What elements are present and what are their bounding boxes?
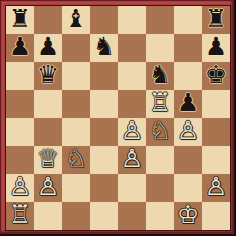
square-d5[interactable] [90, 90, 118, 118]
square-e5[interactable] [118, 90, 146, 118]
piece-white-pawn[interactable]: ♙ [9, 173, 31, 201]
square-f4[interactable]: ♘ [146, 118, 174, 146]
piece-black-rook[interactable]: ♜ [205, 5, 227, 33]
square-d7[interactable]: ♞ [90, 34, 118, 62]
piece-black-pawn[interactable]: ♟ [37, 33, 59, 61]
square-a5[interactable] [6, 90, 34, 118]
square-h3[interactable] [202, 146, 230, 174]
square-h7[interactable]: ♟ [202, 34, 230, 62]
piece-black-pawn[interactable]: ♟ [205, 33, 227, 61]
piece-white-pawn[interactable]: ♙ [121, 145, 143, 173]
square-f7[interactable] [146, 34, 174, 62]
square-e3[interactable]: ♙ [118, 146, 146, 174]
square-b2[interactable]: ♙ [34, 174, 62, 202]
square-g8[interactable] [174, 6, 202, 34]
square-b4[interactable] [34, 118, 62, 146]
square-c1[interactable] [62, 202, 90, 230]
chess-board: ♜♝♜♟♟♞♟♛♞♚♖♟♙♘♙♕♘♙♙♙♙♖♔ [6, 6, 230, 230]
piece-black-rook[interactable]: ♜ [9, 5, 31, 33]
square-h6[interactable]: ♚ [202, 62, 230, 90]
square-b7[interactable]: ♟ [34, 34, 62, 62]
piece-white-pawn[interactable]: ♙ [121, 117, 143, 145]
piece-white-pawn[interactable]: ♙ [205, 173, 227, 201]
square-h5[interactable] [202, 90, 230, 118]
chess-board-frame: ♜♝♜♟♟♞♟♛♞♚♖♟♙♘♙♕♘♙♙♙♙♖♔ [0, 0, 234, 234]
piece-white-pawn[interactable]: ♙ [37, 173, 59, 201]
piece-white-rook[interactable]: ♖ [9, 201, 31, 229]
square-f8[interactable] [146, 6, 174, 34]
square-b5[interactable] [34, 90, 62, 118]
square-a7[interactable]: ♟ [6, 34, 34, 62]
piece-black-knight[interactable]: ♞ [93, 33, 115, 61]
square-e8[interactable] [118, 6, 146, 34]
square-c2[interactable] [62, 174, 90, 202]
square-d3[interactable] [90, 146, 118, 174]
square-d2[interactable] [90, 174, 118, 202]
square-b1[interactable] [34, 202, 62, 230]
square-b8[interactable] [34, 6, 62, 34]
square-d4[interactable] [90, 118, 118, 146]
square-f1[interactable] [146, 202, 174, 230]
square-b6[interactable]: ♛ [34, 62, 62, 90]
square-f2[interactable] [146, 174, 174, 202]
square-c5[interactable] [62, 90, 90, 118]
square-h8[interactable]: ♜ [202, 6, 230, 34]
square-a6[interactable] [6, 62, 34, 90]
square-a3[interactable] [6, 146, 34, 174]
square-c8[interactable]: ♝ [62, 6, 90, 34]
square-b3[interactable]: ♕ [34, 146, 62, 174]
square-e7[interactable] [118, 34, 146, 62]
square-c3[interactable]: ♘ [62, 146, 90, 174]
square-a2[interactable]: ♙ [6, 174, 34, 202]
piece-black-queen[interactable]: ♛ [37, 61, 59, 89]
square-g1[interactable]: ♔ [174, 202, 202, 230]
piece-black-pawn[interactable]: ♟ [9, 33, 31, 61]
square-c7[interactable] [62, 34, 90, 62]
square-g5[interactable]: ♟ [174, 90, 202, 118]
piece-black-knight[interactable]: ♞ [149, 61, 171, 89]
square-d1[interactable] [90, 202, 118, 230]
piece-white-knight[interactable]: ♘ [149, 117, 171, 145]
square-d8[interactable] [90, 6, 118, 34]
piece-white-rook[interactable]: ♖ [149, 89, 171, 117]
piece-white-queen[interactable]: ♕ [37, 145, 59, 173]
square-e6[interactable] [118, 62, 146, 90]
piece-white-knight[interactable]: ♘ [65, 145, 87, 173]
square-a1[interactable]: ♖ [6, 202, 34, 230]
square-f3[interactable] [146, 146, 174, 174]
square-c4[interactable] [62, 118, 90, 146]
square-h4[interactable] [202, 118, 230, 146]
square-g7[interactable] [174, 34, 202, 62]
square-e1[interactable] [118, 202, 146, 230]
square-g6[interactable] [174, 62, 202, 90]
square-h2[interactable]: ♙ [202, 174, 230, 202]
square-g4[interactable]: ♙ [174, 118, 202, 146]
square-a4[interactable] [6, 118, 34, 146]
square-g3[interactable] [174, 146, 202, 174]
square-e2[interactable] [118, 174, 146, 202]
piece-black-king[interactable]: ♚ [205, 61, 227, 89]
piece-white-pawn[interactable]: ♙ [177, 117, 199, 145]
square-e4[interactable]: ♙ [118, 118, 146, 146]
square-f6[interactable]: ♞ [146, 62, 174, 90]
square-g2[interactable] [174, 174, 202, 202]
square-d6[interactable] [90, 62, 118, 90]
square-h1[interactable] [202, 202, 230, 230]
square-f5[interactable]: ♖ [146, 90, 174, 118]
square-a8[interactable]: ♜ [6, 6, 34, 34]
piece-black-bishop[interactable]: ♝ [65, 5, 87, 33]
square-c6[interactable] [62, 62, 90, 90]
piece-white-king[interactable]: ♔ [177, 201, 199, 229]
piece-black-pawn[interactable]: ♟ [177, 89, 199, 117]
